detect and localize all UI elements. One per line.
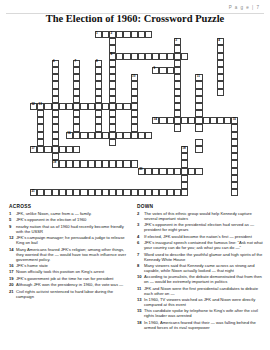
crossword-cell[interactable] (188, 168, 195, 175)
crossword-void (224, 189, 231, 196)
crossword-cell[interactable] (159, 189, 166, 196)
crossword-cell[interactable] (73, 74, 80, 81)
crossword-cell[interactable] (174, 81, 181, 88)
crossword-cell[interactable] (95, 96, 102, 103)
crossword-cell[interactable] (52, 96, 59, 103)
crossword-void (52, 45, 59, 52)
crossword-void (224, 139, 231, 146)
crossword-void (210, 45, 217, 52)
crossword-cell[interactable] (131, 117, 138, 124)
crossword-cell[interactable] (231, 182, 238, 189)
crossword-cell[interactable] (174, 189, 181, 196)
crossword-cell[interactable]: 15 (231, 117, 238, 124)
crossword-cell[interactable]: 3 (174, 38, 181, 45)
crossword-cell[interactable] (73, 96, 80, 103)
crossword-cell[interactable] (37, 124, 44, 131)
crossword-void (88, 74, 95, 81)
crossword-void (167, 139, 174, 146)
crossword-void (138, 67, 145, 74)
crossword-cell[interactable] (159, 53, 166, 60)
crossword-cell[interactable] (73, 160, 80, 167)
crossword-cell[interactable] (138, 53, 145, 60)
crossword-cell[interactable]: 7 (73, 60, 80, 67)
crossword-cell[interactable] (73, 103, 80, 110)
crossword-cell[interactable] (210, 117, 217, 124)
crossword-cell[interactable] (95, 81, 102, 88)
crossword-cell[interactable]: 13 (37, 103, 44, 110)
crossword-void (73, 139, 80, 146)
crossword-cell[interactable] (217, 81, 224, 88)
crossword-cell[interactable] (59, 103, 66, 110)
crossword-void (152, 103, 159, 110)
crossword-cell[interactable] (167, 189, 174, 196)
crossword-cell[interactable] (131, 81, 138, 88)
crossword-cell[interactable] (152, 168, 159, 175)
crossword-cell[interactable] (109, 96, 116, 103)
crossword-cell[interactable] (145, 189, 152, 196)
crossword-cell[interactable] (195, 139, 202, 146)
crossword-cell[interactable] (181, 117, 188, 124)
crossword-cell[interactable] (102, 160, 109, 167)
clue-item-text: Although JFK won the presidency in 1960,… (16, 283, 132, 288)
crossword-void (138, 117, 145, 124)
crossword-void (44, 139, 51, 146)
crossword-void (59, 110, 66, 117)
crossword-cell[interactable] (52, 67, 59, 74)
crossword-void (116, 146, 123, 153)
crossword-cell[interactable] (109, 110, 116, 117)
crossword-cell[interactable]: 17 (30, 146, 37, 153)
clue-item: 7Word used to describe the youthful glam… (137, 253, 264, 263)
crossword-cell[interactable] (167, 53, 174, 60)
crossword-cell[interactable] (131, 31, 138, 38)
crossword-cell[interactable] (95, 132, 102, 139)
crossword-cell[interactable] (52, 132, 59, 139)
crossword-void (224, 110, 231, 117)
crossword-void (217, 146, 224, 153)
crossword-cell[interactable] (231, 139, 238, 146)
crossword-cell[interactable] (37, 139, 44, 146)
crossword-void (123, 168, 130, 175)
crossword-cell[interactable] (109, 132, 116, 139)
crossword-cell[interactable] (123, 132, 130, 139)
crossword-void (138, 146, 145, 153)
crossword-cell[interactable] (37, 132, 44, 139)
crossword-void (224, 168, 231, 175)
crossword-cell[interactable] (195, 168, 202, 175)
crossword-cell[interactable] (80, 103, 87, 110)
crossword-cell[interactable] (131, 110, 138, 117)
crossword-cell[interactable] (217, 74, 224, 81)
crossword-cell[interactable] (95, 103, 102, 110)
crossword-void (102, 89, 109, 96)
crossword-cell[interactable] (231, 153, 238, 160)
crossword-cell[interactable] (159, 117, 166, 124)
crossword-void (102, 168, 109, 175)
crossword-cell[interactable] (159, 67, 166, 74)
crossword-cell[interactable] (145, 132, 152, 139)
crossword-void (30, 117, 37, 124)
crossword-cell[interactable] (174, 168, 181, 175)
crossword-cell[interactable]: 6 (52, 60, 59, 67)
crossword-void (52, 168, 59, 175)
crossword-void (203, 53, 210, 60)
crossword-cell[interactable]: 21 (30, 189, 37, 196)
clue-item: 8Many viewers said that Kennedy came acr… (137, 264, 264, 274)
crossword-cell[interactable] (181, 153, 188, 160)
crossword-cell[interactable] (231, 168, 238, 175)
crossword-cell[interactable] (44, 189, 51, 196)
crossword-cell[interactable] (95, 67, 102, 74)
crossword-void (131, 146, 138, 153)
crossword-cell[interactable] (174, 96, 181, 103)
crossword-void (188, 38, 195, 45)
crossword-cell[interactable] (116, 160, 123, 167)
crossword-cell[interactable]: 19 (52, 160, 59, 167)
crossword-cell[interactable] (131, 103, 138, 110)
crossword-cell[interactable] (217, 53, 224, 60)
crossword-void (109, 168, 116, 175)
crossword-cell[interactable] (217, 60, 224, 67)
crossword-void (66, 139, 73, 146)
crossword-cell[interactable] (138, 189, 145, 196)
crossword-cell[interactable] (52, 89, 59, 96)
crossword-void (159, 81, 166, 88)
crossword-cell[interactable] (116, 31, 123, 38)
crossword-void (138, 60, 145, 67)
crossword-void (195, 160, 202, 167)
crossword-cell[interactable] (52, 124, 59, 131)
crossword-cell[interactable] (195, 110, 202, 117)
crossword-cell[interactable] (123, 53, 130, 60)
crossword-void (66, 175, 73, 182)
crossword-cell[interactable] (181, 168, 188, 175)
crossword-cell[interactable] (131, 53, 138, 60)
clue-item-text: The votes of this ethnic group would hel… (144, 212, 264, 222)
crossword-cell[interactable] (52, 146, 59, 153)
crossword-cell[interactable] (231, 124, 238, 131)
crossword-void (88, 168, 95, 175)
crossword-cell[interactable] (73, 110, 80, 117)
crossword-cell[interactable] (95, 74, 102, 81)
crossword-cell[interactable] (52, 117, 59, 124)
clue-number: 2 (110, 32, 112, 35)
crossword-cell[interactable] (109, 81, 116, 88)
crossword-void (44, 182, 51, 189)
crossword-cell[interactable]: 11 (195, 74, 202, 81)
crossword-void (44, 153, 51, 160)
crossword-void (203, 132, 210, 139)
crossword-void (167, 60, 174, 67)
crossword-cell[interactable] (66, 189, 73, 196)
crossword-cell[interactable] (73, 132, 80, 139)
crossword-cell[interactable] (109, 139, 116, 146)
crossword-cell[interactable] (131, 160, 138, 167)
crossword-cell[interactable] (52, 103, 59, 110)
crossword-cell[interactable] (181, 160, 188, 167)
crossword-void (73, 182, 80, 189)
crossword-cell[interactable] (109, 60, 116, 67)
crossword-cell[interactable] (131, 89, 138, 96)
crossword-void (66, 81, 73, 88)
crossword-cell[interactable] (159, 168, 166, 175)
crossword-cell[interactable] (195, 117, 202, 124)
crossword-void (30, 124, 37, 131)
crossword-void (88, 182, 95, 189)
clue-item-text: JFK's inaugural speech contained the fam… (144, 241, 264, 251)
crossword-cell[interactable] (174, 45, 181, 52)
crossword-void (30, 67, 37, 74)
clue-item-number: 9 (9, 225, 16, 235)
crossword-cell[interactable] (109, 103, 116, 110)
crossword-cell[interactable] (109, 160, 116, 167)
crossword-cell[interactable] (195, 96, 202, 103)
crossword-cell[interactable] (145, 168, 152, 175)
crossword-cell[interactable] (217, 45, 224, 52)
crossword-void (224, 67, 231, 74)
crossword-cell[interactable] (174, 89, 181, 96)
crossword-cell[interactable] (145, 53, 152, 60)
crossword-cell[interactable]: 20 (138, 168, 145, 175)
crossword-cell[interactable] (88, 132, 95, 139)
crossword-cell[interactable] (181, 175, 188, 182)
crossword-void (195, 45, 202, 52)
clue-item: 16JFK's home state (9, 264, 132, 269)
crossword-cell[interactable] (181, 182, 188, 189)
crossword-void (138, 124, 145, 131)
crossword-void (88, 139, 95, 146)
crossword-cell[interactable] (131, 96, 138, 103)
crossword-cell[interactable] (73, 189, 80, 196)
crossword-cell[interactable] (52, 110, 59, 117)
crossword-cell[interactable] (95, 110, 102, 117)
crossword-void (210, 189, 217, 196)
crossword-void (152, 74, 159, 81)
clue-number: 20 (139, 168, 142, 171)
crossword-cell[interactable] (73, 89, 80, 96)
crossword-cell[interactable] (217, 89, 224, 96)
crossword-void (138, 45, 145, 52)
crossword-cell[interactable] (217, 117, 224, 124)
crossword-cell[interactable] (195, 146, 202, 153)
crossword-void (145, 67, 152, 74)
crossword-cell[interactable] (123, 103, 130, 110)
crossword-cell[interactable] (52, 139, 59, 146)
crossword-cell[interactable] (52, 74, 59, 81)
crossword-cell[interactable]: 9 (152, 67, 159, 74)
crossword-cell[interactable]: 10 (131, 74, 138, 81)
crossword-void (116, 74, 123, 81)
crossword-void (88, 67, 95, 74)
crossword-cell[interactable] (66, 146, 73, 153)
crossword-cell[interactable] (195, 103, 202, 110)
crossword-cell[interactable] (109, 189, 116, 196)
crossword-cell[interactable] (102, 132, 109, 139)
crossword-cell[interactable] (80, 132, 87, 139)
crossword-cell[interactable] (123, 189, 130, 196)
crossword-cell[interactable]: 1 (95, 31, 102, 38)
crossword-cell[interactable] (109, 67, 116, 74)
crossword-cell[interactable] (138, 31, 145, 38)
crossword-cell[interactable]: 5 (109, 53, 116, 60)
crossword-void (44, 124, 51, 131)
crossword-cell[interactable] (174, 74, 181, 81)
clue-item-number: 15 (137, 309, 144, 319)
clue-item: 11JFK and Nixon were the first president… (137, 287, 264, 297)
crossword-cell[interactable] (231, 189, 238, 196)
crossword-cell[interactable] (88, 189, 95, 196)
crossword-cell[interactable] (123, 160, 130, 167)
crossword-void (152, 160, 159, 167)
crossword-cell[interactable] (102, 189, 109, 196)
crossword-cell[interactable]: 2 (109, 31, 116, 38)
crossword-cell[interactable] (123, 31, 130, 38)
crossword-void (80, 60, 87, 67)
crossword-cell[interactable]: 4 (217, 38, 224, 45)
crossword-cell[interactable] (102, 103, 109, 110)
crossword-void (88, 96, 95, 103)
crossword-cell[interactable] (73, 67, 80, 74)
crossword-cell[interactable] (174, 103, 181, 110)
crossword-cell[interactable] (195, 124, 202, 131)
crossword-cell[interactable] (95, 117, 102, 124)
crossword-cell[interactable] (131, 189, 138, 196)
crossword-cell[interactable] (174, 60, 181, 67)
crossword-void (80, 153, 87, 160)
crossword-cell[interactable] (174, 67, 181, 74)
clue-number: 8 (96, 60, 98, 63)
crossword-void (44, 45, 51, 52)
crossword-cell[interactable] (195, 89, 202, 96)
crossword-cell[interactable] (73, 81, 80, 88)
crossword-cell[interactable] (88, 103, 95, 110)
crossword-cell[interactable] (231, 175, 238, 182)
crossword-cell[interactable] (138, 132, 145, 139)
crossword-cell[interactable] (102, 31, 109, 38)
crossword-cell[interactable] (95, 124, 102, 131)
crossword-void (66, 60, 73, 67)
crossword-cell[interactable] (109, 38, 116, 45)
crossword-cell[interactable] (95, 160, 102, 167)
crossword-void (188, 160, 195, 167)
crossword-void (88, 110, 95, 117)
crossword-void (231, 38, 238, 45)
crossword-cell[interactable] (88, 160, 95, 167)
crossword-cell[interactable] (231, 146, 238, 153)
crossword-cell[interactable] (167, 67, 174, 74)
crossword-cell[interactable] (66, 160, 73, 167)
crossword-cell[interactable] (44, 146, 51, 153)
crossword-cell[interactable] (167, 168, 174, 175)
crossword-cell[interactable] (116, 103, 123, 110)
crossword-void (66, 153, 73, 160)
crossword-cell[interactable] (231, 132, 238, 139)
crossword-cell[interactable] (59, 146, 66, 153)
crossword-cell[interactable] (152, 53, 159, 60)
crossword-cell[interactable] (73, 146, 80, 153)
crossword-void (123, 67, 130, 74)
crossword-cell[interactable] (181, 189, 188, 196)
crossword-void (30, 160, 37, 167)
crossword-cell[interactable] (174, 124, 181, 131)
crossword-grid[interactable]: 123456789101112131415161718192021 (30, 31, 238, 196)
crossword-cell[interactable] (95, 89, 102, 96)
clue-item-number: 3 (137, 223, 144, 233)
crossword-void (203, 74, 210, 81)
crossword-void (44, 67, 51, 74)
crossword-cell[interactable] (66, 103, 73, 110)
crossword-cell[interactable] (217, 67, 224, 74)
crossword-cell[interactable] (203, 117, 210, 124)
crossword-void (174, 146, 181, 153)
crossword-void (102, 110, 109, 117)
crossword-cell[interactable] (116, 189, 123, 196)
crossword-void (123, 96, 130, 103)
crossword-cell[interactable] (231, 160, 238, 167)
crossword-void (37, 74, 44, 81)
crossword-cell[interactable] (167, 117, 174, 124)
crossword-void (37, 81, 44, 88)
crossword-void (152, 132, 159, 139)
crossword-cell[interactable]: 12 (30, 103, 37, 110)
crossword-cell[interactable] (37, 110, 44, 117)
crossword-cell[interactable] (131, 132, 138, 139)
crossword-cell[interactable] (181, 53, 188, 60)
crossword-cell[interactable] (37, 117, 44, 124)
crossword-cell[interactable] (109, 89, 116, 96)
crossword-cell[interactable] (224, 117, 231, 124)
crossword-void (44, 110, 51, 117)
crossword-cell[interactable] (52, 81, 59, 88)
crossword-void (217, 168, 224, 175)
crossword-cell[interactable] (109, 124, 116, 131)
crossword-cell[interactable] (80, 189, 87, 196)
crossword-cell[interactable] (44, 103, 51, 110)
crossword-cell[interactable] (174, 117, 181, 124)
crossword-cell[interactable] (174, 53, 181, 60)
crossword-cell[interactable] (195, 81, 202, 88)
crossword-cell[interactable] (59, 189, 66, 196)
crossword-void (217, 110, 224, 117)
crossword-cell[interactable] (37, 146, 44, 153)
crossword-cell[interactable] (145, 31, 152, 38)
crossword-cell[interactable]: 16 (66, 132, 73, 139)
crossword-cell[interactable] (37, 189, 44, 196)
clue-item: 4If elected, JFK would become the nation… (137, 235, 264, 240)
crossword-cell[interactable] (95, 189, 102, 196)
crossword-cell[interactable] (116, 53, 123, 60)
crossword-cell[interactable] (131, 124, 138, 131)
clue-item-number: 13 (137, 298, 144, 308)
crossword-cell[interactable] (73, 124, 80, 131)
crossword-cell[interactable] (109, 117, 116, 124)
crossword-void (52, 31, 59, 38)
crossword-cell[interactable]: 8 (95, 60, 102, 67)
crossword-cell[interactable] (152, 189, 159, 196)
crossword-cell[interactable] (116, 132, 123, 139)
crossword-cell[interactable] (174, 110, 181, 117)
crossword-cell[interactable] (73, 117, 80, 124)
crossword-cell[interactable]: 18 (181, 146, 188, 153)
crossword-cell[interactable] (59, 160, 66, 167)
crossword-cell[interactable]: 14 (152, 117, 159, 124)
crossword-void (174, 182, 181, 189)
crossword-cell[interactable] (188, 117, 195, 124)
crossword-void (102, 74, 109, 81)
crossword-cell[interactable] (80, 160, 87, 167)
crossword-cell[interactable] (109, 74, 116, 81)
crossword-cell[interactable] (52, 189, 59, 196)
